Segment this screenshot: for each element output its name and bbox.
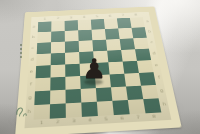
square-e1[interactable] — [36, 65, 51, 78]
square-g5[interactable] — [96, 87, 113, 101]
coord-label: 2 — [51, 17, 64, 21]
coord-label: 4 — [78, 15, 91, 19]
square-a2[interactable] — [51, 21, 64, 32]
coord-label: 5 — [98, 117, 114, 122]
coord-label: f — [155, 72, 162, 85]
square-f2[interactable] — [50, 77, 65, 91]
coord-label: 8 — [129, 13, 142, 16]
coord-label: 6 — [103, 14, 116, 18]
black-pawn[interactable]: ♟ — [82, 55, 106, 83]
square-g6[interactable] — [111, 86, 128, 100]
coord-label: a — [145, 17, 151, 27]
square-h5[interactable] — [97, 101, 114, 116]
coord-label: b — [31, 32, 36, 43]
coord-label: b — [147, 27, 154, 38]
coord-label: 1 — [33, 121, 49, 126]
square-d1[interactable] — [36, 53, 51, 65]
square-c1[interactable] — [37, 42, 51, 54]
square-g8[interactable] — [141, 85, 159, 99]
square-a3[interactable] — [65, 20, 79, 31]
square-f1[interactable] — [35, 78, 51, 92]
square-b1[interactable] — [37, 32, 51, 43]
square-b2[interactable] — [51, 31, 65, 42]
coord-label: 3 — [65, 16, 78, 20]
square-b8[interactable] — [132, 27, 147, 38]
coord-label: 8 — [146, 114, 163, 119]
square-h4[interactable] — [81, 102, 98, 117]
square-f8[interactable] — [139, 72, 156, 86]
coord-label: 7 — [116, 14, 129, 17]
square-e6[interactable] — [108, 62, 124, 75]
square-d3[interactable] — [65, 52, 80, 64]
square-d6[interactable] — [107, 50, 123, 62]
coord-label: 2 — [50, 120, 66, 125]
square-g3[interactable] — [66, 89, 82, 103]
square-a5[interactable] — [91, 19, 105, 30]
coord-label: h — [161, 98, 169, 112]
coord-label: a — [31, 22, 36, 32]
coord-label: e — [29, 66, 35, 79]
square-g2[interactable] — [50, 90, 66, 105]
coord-label: 7 — [130, 115, 147, 120]
square-e2[interactable] — [50, 64, 65, 77]
square-b6[interactable] — [105, 28, 120, 39]
square-a1[interactable] — [38, 21, 52, 32]
square-c3[interactable] — [65, 41, 79, 53]
coord-label: e — [153, 60, 160, 72]
square-b4[interactable] — [78, 30, 92, 41]
coord-label: 4 — [82, 118, 98, 123]
coord-label: g — [158, 85, 166, 99]
square-c4[interactable] — [79, 40, 94, 52]
coord-label: 5 — [90, 15, 103, 19]
square-e3[interactable] — [65, 64, 80, 77]
coord-label: 6 — [114, 116, 131, 121]
manufacturer-stamp-icon — [12, 102, 32, 122]
square-e8[interactable] — [137, 60, 154, 73]
coord-label: 1 — [38, 17, 51, 21]
coord-label: d — [29, 54, 34, 66]
square-g4[interactable] — [81, 88, 97, 102]
photo-scene: 12345678 12345678 abcdefgh abcdefgh ♟ — [0, 0, 200, 134]
coord-label: f — [28, 78, 34, 91]
square-f3[interactable] — [65, 76, 80, 90]
square-f6[interactable] — [110, 74, 126, 88]
square-h3[interactable] — [66, 103, 82, 118]
square-a6[interactable] — [104, 18, 118, 29]
square-h6[interactable] — [112, 100, 129, 115]
square-h2[interactable] — [50, 103, 66, 118]
coord-label: 3 — [66, 119, 82, 124]
square-h1[interactable] — [34, 104, 50, 119]
square-d2[interactable] — [51, 53, 65, 65]
square-d8[interactable] — [135, 49, 151, 61]
square-c5[interactable] — [92, 40, 107, 52]
edge-marking — [20, 44, 22, 59]
square-c2[interactable] — [51, 42, 65, 54]
square-c8[interactable] — [133, 38, 149, 50]
square-h8[interactable] — [143, 98, 161, 113]
square-a8[interactable] — [130, 17, 145, 28]
square-b3[interactable] — [65, 30, 79, 41]
square-a4[interactable] — [78, 20, 92, 31]
coord-label: c — [149, 37, 156, 48]
coord-label: d — [151, 48, 158, 60]
square-g1[interactable] — [34, 91, 50, 106]
coord-label: c — [30, 43, 35, 54]
square-c6[interactable] — [106, 39, 121, 51]
square-b5[interactable] — [92, 29, 106, 40]
